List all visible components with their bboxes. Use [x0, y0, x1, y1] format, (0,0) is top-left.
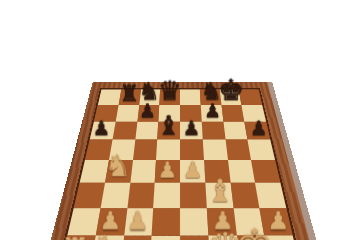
- square-f5[interactable]: [203, 140, 228, 160]
- square-a8[interactable]: [98, 89, 121, 104]
- board-squares: ♜♞♛♞♚♟♟♟♝♟♟♞♟♟♝♟♟♟♟♜♞♛♚: [57, 88, 304, 240]
- piece-black-pawn[interactable]: ♟: [182, 119, 200, 139]
- square-c4[interactable]: [130, 160, 156, 183]
- square-d1[interactable]: [150, 236, 180, 240]
- square-b7[interactable]: [116, 105, 139, 122]
- square-h4[interactable]: [251, 160, 280, 183]
- piece-white-pawn[interactable]: ♟: [183, 159, 203, 181]
- square-d2[interactable]: [152, 208, 180, 236]
- square-d4[interactable]: ♟: [155, 160, 180, 183]
- square-c3[interactable]: [127, 183, 155, 208]
- square-e1[interactable]: [180, 236, 210, 240]
- piece-white-rook[interactable]: ♜: [60, 234, 89, 240]
- piece-black-king[interactable]: ♚: [218, 75, 244, 104]
- square-f7[interactable]: ♟: [201, 105, 223, 122]
- piece-white-knight[interactable]: ♞: [104, 152, 130, 181]
- square-b3[interactable]: [100, 183, 129, 208]
- square-d3[interactable]: [153, 183, 180, 208]
- square-g1[interactable]: ♚: [236, 236, 270, 240]
- square-e8[interactable]: [180, 89, 201, 104]
- piece-white-bishop[interactable]: ♝: [206, 175, 234, 206]
- square-e3[interactable]: [180, 183, 207, 208]
- square-d6[interactable]: ♝: [157, 121, 180, 139]
- square-g8[interactable]: ♚: [219, 89, 241, 104]
- piece-white-pawn[interactable]: ♟: [127, 210, 149, 235]
- square-b4[interactable]: ♞: [105, 160, 133, 183]
- square-e2[interactable]: [180, 208, 208, 236]
- square-b1[interactable]: ♞: [90, 236, 124, 240]
- piece-white-pawn[interactable]: ♟: [158, 159, 178, 181]
- square-h5[interactable]: [248, 140, 275, 160]
- piece-black-bishop[interactable]: ♝: [157, 112, 181, 139]
- square-d8[interactable]: ♛: [159, 89, 180, 104]
- square-b6[interactable]: [112, 121, 137, 139]
- square-e4[interactable]: ♟: [180, 160, 205, 183]
- square-f3[interactable]: ♝: [205, 183, 233, 208]
- square-f6[interactable]: [201, 121, 225, 139]
- square-e6[interactable]: ♟: [180, 121, 203, 139]
- piece-black-pawn[interactable]: ♟: [92, 119, 110, 139]
- square-h6[interactable]: ♟: [244, 121, 270, 139]
- photo-canvas: ♜♞♛♞♚♟♟♟♝♟♟♞♟♟♝♟♟♟♟♜♞♛♚: [0, 0, 360, 240]
- square-c2[interactable]: ♟: [124, 208, 154, 236]
- piece-black-pawn[interactable]: ♟: [250, 119, 268, 139]
- piece-black-rook[interactable]: ♜: [119, 82, 139, 104]
- piece-white-knight[interactable]: ♞: [89, 231, 121, 240]
- square-c1[interactable]: [120, 236, 152, 240]
- square-c5[interactable]: [133, 140, 158, 160]
- piece-black-queen[interactable]: ♛: [158, 77, 182, 104]
- square-h3[interactable]: [255, 183, 286, 208]
- square-c6[interactable]: [135, 121, 159, 139]
- piece-black-pawn[interactable]: ♟: [139, 102, 156, 121]
- piece-white-king[interactable]: ♚: [236, 224, 274, 240]
- square-g7[interactable]: [221, 105, 244, 122]
- chess-board: ♜♞♛♞♚♟♟♟♝♟♟♞♟♟♝♟♟♟♟♜♞♛♚: [38, 82, 322, 240]
- piece-black-pawn[interactable]: ♟: [204, 102, 221, 121]
